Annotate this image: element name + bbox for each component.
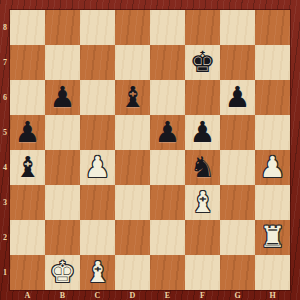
file-label-b: B: [45, 290, 80, 300]
square-d2[interactable]: [115, 220, 150, 255]
square-e3[interactable]: [150, 185, 185, 220]
square-c2[interactable]: [80, 220, 115, 255]
piece-black-pawn-a5[interactable]: ♟: [10, 115, 45, 150]
square-g4[interactable]: [220, 150, 255, 185]
square-f3[interactable]: ♝: [185, 185, 220, 220]
rank-label-1: 1: [0, 255, 10, 290]
square-h4[interactable]: ♟: [255, 150, 290, 185]
rank-label-2: 2: [0, 220, 10, 255]
square-g6[interactable]: ♟: [220, 80, 255, 115]
square-g1[interactable]: [220, 255, 255, 290]
square-g2[interactable]: [220, 220, 255, 255]
square-b4[interactable]: [45, 150, 80, 185]
square-b7[interactable]: [45, 45, 80, 80]
square-c6[interactable]: [80, 80, 115, 115]
square-g8[interactable]: [220, 10, 255, 45]
file-label-c: C: [80, 290, 115, 300]
square-e5[interactable]: ♟: [150, 115, 185, 150]
square-d8[interactable]: [115, 10, 150, 45]
rank-label-8: 8: [0, 10, 10, 45]
piece-black-king-f7[interactable]: ♚: [185, 45, 220, 80]
file-label-f: F: [185, 290, 220, 300]
square-a4[interactable]: ♝: [10, 150, 45, 185]
square-h1[interactable]: [255, 255, 290, 290]
piece-white-rook-h2[interactable]: ♜: [255, 220, 290, 255]
file-label-g: G: [220, 290, 255, 300]
square-e6[interactable]: [150, 80, 185, 115]
piece-black-bishop-a4[interactable]: ♝: [10, 150, 45, 185]
square-a7[interactable]: [10, 45, 45, 80]
square-f6[interactable]: [185, 80, 220, 115]
square-h3[interactable]: [255, 185, 290, 220]
piece-white-king-b1[interactable]: ♚: [45, 255, 80, 290]
square-d3[interactable]: [115, 185, 150, 220]
square-d5[interactable]: [115, 115, 150, 150]
square-c3[interactable]: [80, 185, 115, 220]
square-b6[interactable]: ♟: [45, 80, 80, 115]
piece-black-knight-f4[interactable]: ♞: [185, 150, 220, 185]
rank-label-4: 4: [0, 150, 10, 185]
piece-white-bishop-f3[interactable]: ♝: [185, 185, 220, 220]
rank-label-7: 7: [0, 45, 10, 80]
square-c4[interactable]: ♟: [80, 150, 115, 185]
square-d7[interactable]: [115, 45, 150, 80]
piece-white-pawn-h4[interactable]: ♟: [255, 150, 290, 185]
file-label-e: E: [150, 290, 185, 300]
square-c5[interactable]: [80, 115, 115, 150]
square-a6[interactable]: [10, 80, 45, 115]
square-c7[interactable]: [80, 45, 115, 80]
square-b2[interactable]: [45, 220, 80, 255]
square-e2[interactable]: [150, 220, 185, 255]
file-label-h: H: [255, 290, 290, 300]
file-label-d: D: [115, 290, 150, 300]
square-e7[interactable]: [150, 45, 185, 80]
square-d4[interactable]: [115, 150, 150, 185]
square-f7[interactable]: ♚: [185, 45, 220, 80]
square-f1[interactable]: [185, 255, 220, 290]
square-g7[interactable]: [220, 45, 255, 80]
rank-label-6: 6: [0, 80, 10, 115]
square-a3[interactable]: [10, 185, 45, 220]
square-f4[interactable]: ♞: [185, 150, 220, 185]
square-h5[interactable]: [255, 115, 290, 150]
piece-black-pawn-e5[interactable]: ♟: [150, 115, 185, 150]
square-a8[interactable]: [10, 10, 45, 45]
chess-board: ♚♟♝♟♟♟♟♝♟♞♟♝♜♚♝: [10, 10, 290, 290]
piece-black-pawn-b6[interactable]: ♟: [45, 80, 80, 115]
piece-black-pawn-g6[interactable]: ♟: [220, 80, 255, 115]
square-a2[interactable]: [10, 220, 45, 255]
square-h7[interactable]: [255, 45, 290, 80]
square-c1[interactable]: ♝: [80, 255, 115, 290]
square-d1[interactable]: [115, 255, 150, 290]
square-b5[interactable]: [45, 115, 80, 150]
piece-black-bishop-d6[interactable]: ♝: [115, 80, 150, 115]
square-e8[interactable]: [150, 10, 185, 45]
square-g3[interactable]: [220, 185, 255, 220]
square-h8[interactable]: [255, 10, 290, 45]
square-e4[interactable]: [150, 150, 185, 185]
square-f2[interactable]: [185, 220, 220, 255]
square-a1[interactable]: [10, 255, 45, 290]
square-b3[interactable]: [45, 185, 80, 220]
piece-white-bishop-c1[interactable]: ♝: [80, 255, 115, 290]
rank-label-5: 5: [0, 115, 10, 150]
square-h6[interactable]: [255, 80, 290, 115]
square-g5[interactable]: [220, 115, 255, 150]
piece-white-pawn-c4[interactable]: ♟: [80, 150, 115, 185]
square-b8[interactable]: [45, 10, 80, 45]
square-e1[interactable]: [150, 255, 185, 290]
square-f8[interactable]: [185, 10, 220, 45]
square-b1[interactable]: ♚: [45, 255, 80, 290]
chess-board-frame: ♚♟♝♟♟♟♟♝♟♞♟♝♜♚♝ 87654321 ABCDEFGH: [0, 0, 300, 300]
rank-label-3: 3: [0, 185, 10, 220]
square-h2[interactable]: ♜: [255, 220, 290, 255]
file-label-a: A: [10, 290, 45, 300]
square-a5[interactable]: ♟: [10, 115, 45, 150]
square-f5[interactable]: ♟: [185, 115, 220, 150]
square-c8[interactable]: [80, 10, 115, 45]
square-d6[interactable]: ♝: [115, 80, 150, 115]
piece-black-pawn-f5[interactable]: ♟: [185, 115, 220, 150]
